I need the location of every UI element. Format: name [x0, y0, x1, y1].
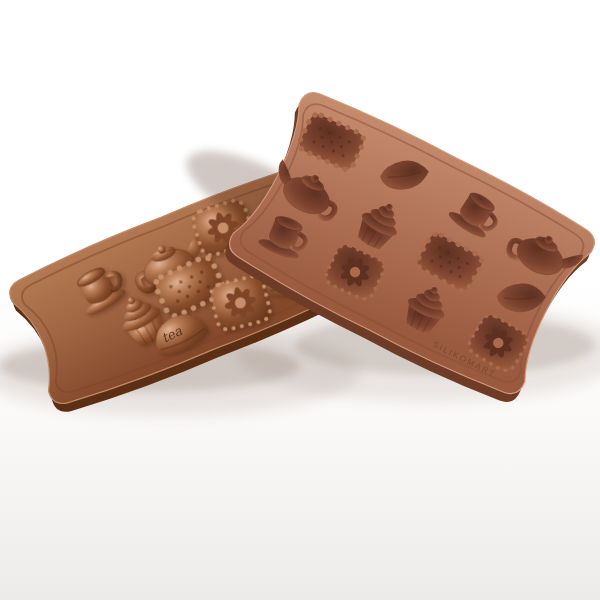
- product-photo-scene: tea tea SILIKOMART: [0, 0, 600, 600]
- photo-canvas: tea tea SILIKOMART: [0, 0, 600, 600]
